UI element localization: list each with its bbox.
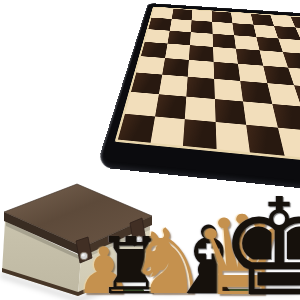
piece-king-ebony: ♚ xyxy=(212,181,300,300)
chess-set-product-photo: ♟ ♜ ♞ ♝ ♛ ♚ xyxy=(0,0,300,300)
